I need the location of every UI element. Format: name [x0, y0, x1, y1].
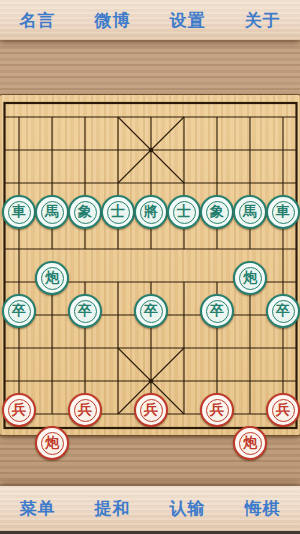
- piece-red-兵[interactable]: 兵: [200, 393, 234, 427]
- piece-red-炮[interactable]: 炮: [35, 426, 69, 460]
- bottom-toolbar: 菜单 提和 认输 悔棋: [0, 486, 300, 531]
- piece-glyph: 象: [74, 201, 97, 224]
- piece-black-炮[interactable]: 炮: [35, 261, 69, 295]
- piece-glyph: 士: [107, 201, 130, 224]
- piece-black-卒[interactable]: 卒: [2, 294, 36, 328]
- piece-glyph: 兵: [206, 399, 229, 422]
- piece-black-象[interactable]: 象: [200, 195, 234, 229]
- quotes-button[interactable]: 名言: [16, 7, 60, 34]
- piece-black-卒[interactable]: 卒: [134, 294, 168, 328]
- piece-glyph: 卒: [140, 300, 163, 323]
- piece-black-車[interactable]: 車: [2, 195, 36, 229]
- piece-glyph: 兵: [272, 399, 295, 422]
- piece-glyph: 車: [272, 201, 295, 224]
- piece-glyph: 卒: [8, 300, 31, 323]
- piece-black-象[interactable]: 象: [68, 195, 102, 229]
- piece-glyph: 士: [173, 201, 196, 224]
- piece-glyph: 卒: [74, 300, 97, 323]
- top-toolbar: 名言 微博 设置 关于: [0, 0, 300, 40]
- menu-button[interactable]: 菜单: [16, 495, 60, 522]
- piece-red-兵[interactable]: 兵: [2, 393, 36, 427]
- piece-black-士[interactable]: 士: [167, 195, 201, 229]
- piece-glyph: 卒: [206, 300, 229, 323]
- piece-glyph: 將: [140, 201, 163, 224]
- piece-black-卒[interactable]: 卒: [200, 294, 234, 328]
- piece-black-卒[interactable]: 卒: [266, 294, 300, 328]
- resign-button[interactable]: 认输: [166, 495, 210, 522]
- piece-black-卒[interactable]: 卒: [68, 294, 102, 328]
- undo-move-button[interactable]: 悔棋: [241, 495, 285, 522]
- piece-glyph: 兵: [8, 399, 31, 422]
- piece-glyph: 炮: [239, 267, 262, 290]
- piece-glyph: 卒: [272, 300, 295, 323]
- about-button[interactable]: 关于: [241, 7, 285, 34]
- piece-black-將[interactable]: 將: [134, 195, 168, 229]
- piece-glyph: 炮: [41, 267, 64, 290]
- piece-glyph: 炮: [239, 432, 262, 455]
- piece-glyph: 車: [8, 201, 31, 224]
- app-screen: 名言 微博 设置 关于: [0, 0, 300, 534]
- piece-glyph: 象: [206, 201, 229, 224]
- piece-black-士[interactable]: 士: [101, 195, 135, 229]
- piece-black-車[interactable]: 車: [266, 195, 300, 229]
- offer-draw-button[interactable]: 提和: [91, 495, 135, 522]
- piece-black-馬[interactable]: 馬: [233, 195, 267, 229]
- piece-glyph: 兵: [140, 399, 163, 422]
- piece-red-兵[interactable]: 兵: [134, 393, 168, 427]
- piece-red-兵[interactable]: 兵: [68, 393, 102, 427]
- weibo-button[interactable]: 微博: [91, 7, 135, 34]
- piece-black-馬[interactable]: 馬: [35, 195, 69, 229]
- piece-glyph: 馬: [41, 201, 64, 224]
- xiangqi-board[interactable]: 車馬象士將士象馬車炮炮卒卒卒卒卒兵兵兵兵兵炮炮車馬相仕帥仕相馬車: [0, 95, 300, 435]
- piece-black-炮[interactable]: 炮: [233, 261, 267, 295]
- board-grid[interactable]: 車馬象士將士象馬車炮炮卒卒卒卒卒兵兵兵兵兵炮炮車馬相仕帥仕相馬車: [3, 196, 300, 526]
- piece-glyph: 兵: [74, 399, 97, 422]
- piece-glyph: 馬: [239, 201, 262, 224]
- piece-red-兵[interactable]: 兵: [266, 393, 300, 427]
- piece-red-炮[interactable]: 炮: [233, 426, 267, 460]
- settings-button[interactable]: 设置: [166, 7, 210, 34]
- piece-glyph: 炮: [41, 432, 64, 455]
